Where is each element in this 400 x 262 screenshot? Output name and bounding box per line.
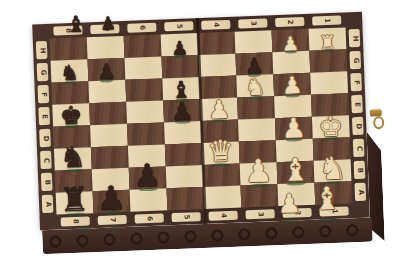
- frame-corner: [352, 203, 370, 219]
- square-g6: [125, 56, 163, 79]
- black-pawn-h5: ♟: [171, 38, 189, 58]
- frame-corner: [345, 12, 363, 28]
- square-g4: [198, 54, 236, 77]
- square-d1: ♚: [312, 115, 350, 138]
- file-label: G: [34, 61, 52, 84]
- white-bishop-b2: ♝: [281, 154, 310, 186]
- square-c5: [165, 143, 203, 166]
- square-f1: [310, 71, 348, 94]
- file-label: B: [351, 159, 369, 182]
- brass-clasp-icon: [368, 107, 385, 128]
- rank-label: 3: [234, 15, 272, 31]
- file-label: B: [38, 171, 56, 194]
- white-rook-h1: ♜: [319, 33, 337, 53]
- file-label: H: [346, 27, 364, 50]
- white-pawn-b3: ♟: [244, 155, 273, 187]
- square-e4: ♟: [200, 98, 238, 121]
- square-f2: ♟: [273, 73, 311, 96]
- file-label: C: [350, 137, 368, 160]
- square-b3: ♟: [240, 162, 278, 185]
- file-label: F: [347, 71, 365, 94]
- file-label: A: [351, 181, 369, 204]
- white-king-d1: ♚: [318, 113, 343, 141]
- file-label: E: [35, 105, 53, 128]
- square-b5: [166, 165, 204, 188]
- file-label: A: [39, 193, 57, 216]
- rank-label: 5: [160, 18, 198, 34]
- white-pawn-f2: ♟: [281, 74, 302, 98]
- captured-white-pawn-on-rim: ♟: [277, 190, 302, 223]
- square-f6: [125, 78, 163, 101]
- square-e6: [126, 100, 164, 123]
- rank-label: 4: [197, 17, 235, 33]
- file-label: D: [36, 127, 54, 150]
- file-label: F: [34, 83, 52, 106]
- rank-label: 6: [130, 210, 168, 226]
- file-label: E: [348, 93, 366, 116]
- square-h2: ♟: [272, 29, 310, 52]
- file-label: G: [346, 49, 364, 72]
- square-d2: ♟: [275, 117, 313, 140]
- white-pawn-e4: ♟: [207, 97, 230, 123]
- rank-label: 2: [271, 14, 309, 30]
- captured-white-bishop-on-rim: ♝: [313, 183, 342, 222]
- square-e5: ♟: [163, 99, 201, 122]
- rank-label: 3: [241, 206, 279, 222]
- rank-label: 6: [123, 19, 161, 35]
- square-h4: [198, 32, 236, 55]
- white-queen-c4: ♛: [207, 137, 234, 167]
- square-c4: ♛: [202, 142, 240, 165]
- square-b2: ♝: [277, 161, 315, 184]
- square-h1: ♜: [309, 27, 347, 50]
- chess-set-product-photo: 87654321H♟♟♜HG♞♟♟GF♝♞♟FE♚♟♟ED♟♚DC♞♛CB♟♟♝…: [0, 0, 400, 262]
- square-h6: [124, 34, 162, 57]
- board-tilt-wrapper: 87654321H♟♟♜HG♞♟♟GF♝♞♟FE♚♟♟ED♟♚DC♞♛CB♟♟♝…: [32, 12, 370, 231]
- frame-corner: [32, 24, 50, 40]
- file-label: H: [33, 39, 51, 62]
- square-h5: ♟: [161, 33, 199, 56]
- black-pawn-b6: ♟: [133, 160, 162, 192]
- rank-label: 5: [167, 209, 205, 225]
- white-knight-f3: ♞: [245, 76, 266, 100]
- square-g3: ♟: [235, 52, 273, 75]
- file-label: C: [37, 149, 55, 172]
- square-a4: [204, 186, 242, 209]
- square-d3: [238, 118, 276, 141]
- square-d6: [127, 122, 165, 145]
- file-label: D: [349, 115, 367, 138]
- white-pawn-d2: ♟: [281, 114, 306, 142]
- square-a5: [167, 187, 205, 210]
- rank-label: 1: [308, 12, 346, 28]
- square-b6: ♟: [129, 166, 167, 189]
- rank-label: 4: [204, 208, 242, 224]
- square-f3: ♞: [236, 74, 274, 97]
- frame-corner: [39, 215, 57, 231]
- white-pawn-h2: ♟: [282, 34, 300, 54]
- square-h3: [235, 30, 273, 53]
- black-pawn-e5: ♟: [170, 98, 193, 124]
